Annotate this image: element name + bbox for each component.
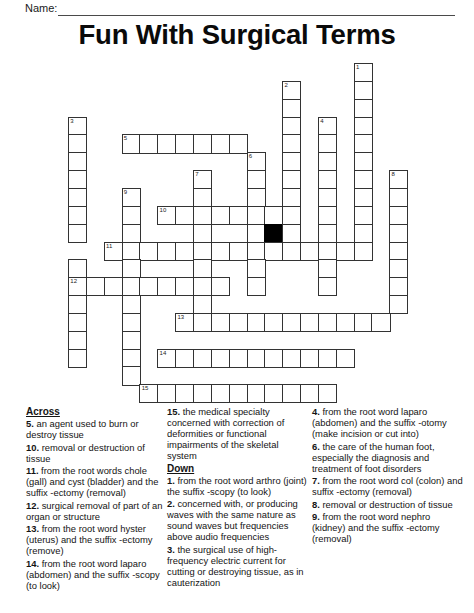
grid-cell-r4-c4[interactable] (139, 134, 158, 153)
grid-cell-r7-c18[interactable] (389, 188, 408, 207)
grid-cell-r4-c6[interactable] (175, 134, 194, 153)
grid-cell-r11-c0[interactable] (68, 259, 87, 278)
grid-cell-r9-c7[interactable] (193, 224, 212, 243)
grid-cell-r13-c3[interactable] (122, 295, 141, 314)
grid-cell-r12-c14[interactable] (318, 277, 337, 296)
grid-cell-r16-c7[interactable] (193, 349, 212, 368)
across-clue-5-number: 5. (26, 418, 34, 429)
down-clue-4: 4. from the root word laparo (abdomen) a… (312, 406, 466, 439)
grid-cell-r8-c7[interactable] (193, 206, 212, 225)
grid-cell-r16-c8[interactable] (211, 349, 230, 368)
grid-number-2: 2 (284, 82, 287, 89)
grid-cell-r3-c14[interactable]: 4 (318, 117, 337, 136)
grid-cell-r11-c18[interactable] (389, 259, 408, 278)
grid-cell-r18-c9[interactable] (229, 384, 248, 403)
grid-cell-r9-c16[interactable] (354, 224, 373, 243)
grid-cell-r18-c12[interactable] (282, 384, 301, 403)
down-clue-3: 3. the surgical use of high-frequency el… (167, 544, 310, 588)
grid-cell-r4-c9[interactable] (229, 134, 248, 153)
across-clue-15: 15. the medical specialty concerned with… (167, 406, 310, 461)
down-clue-3-number: 3. (167, 544, 175, 555)
grid-number-13: 13 (177, 314, 184, 321)
grid-cell-r16-c6[interactable] (175, 349, 194, 368)
grid-cell-r11-c7[interactable] (193, 259, 212, 278)
grid-cell-r12-c1[interactable] (86, 277, 105, 296)
grid-number-1: 1 (356, 64, 359, 71)
grid-cell-r10-c15[interactable] (336, 242, 355, 261)
name-label: Name: (25, 2, 57, 14)
grid-cell-r10-c14[interactable] (318, 242, 337, 261)
grid-cell-r5-c12[interactable] (282, 152, 301, 171)
grid-cell-r18-c5[interactable] (157, 384, 176, 403)
grid-cell-r18-c13[interactable] (300, 384, 319, 403)
grid-cell-r6-c18[interactable]: 8 (389, 170, 408, 189)
grid-cell-r10-c4[interactable] (139, 242, 158, 261)
black-cell-r9-c11 (264, 224, 283, 243)
grid-cell-r12-c8[interactable] (211, 277, 230, 296)
grid-cell-r16-c10[interactable] (247, 349, 266, 368)
across-clue-12: 12. surgical removal of part of an organ… (26, 500, 167, 522)
grid-cell-r7-c14[interactable] (318, 188, 337, 207)
grid-cell-r12-c7[interactable] (193, 277, 212, 296)
grid-cell-r10-c6[interactable] (175, 242, 194, 261)
across-clue-13-number: 13. (26, 523, 39, 534)
grid-cell-r12-c6[interactable] (175, 277, 194, 296)
grid-cell-r10-c2[interactable]: 11 (104, 242, 123, 261)
grid-cell-r0-c16[interactable]: 1 (354, 63, 373, 82)
grid-cell-r14-c6[interactable]: 13 (175, 313, 194, 332)
across-clue-14-number: 14. (26, 558, 39, 569)
grid-cell-r2-c12[interactable] (282, 99, 301, 118)
grid-cell-r8-c12[interactable] (282, 206, 301, 225)
page-title: Fun With Surgical Terms (0, 19, 474, 51)
grid-number-6: 6 (249, 153, 252, 160)
grid-cell-r4-c7[interactable] (193, 134, 212, 153)
down-clue-1: 1. from the root word arthro (joint) the… (167, 475, 310, 497)
across-clue-12-number: 12. (26, 500, 39, 511)
grid-cell-r8-c18[interactable] (389, 206, 408, 225)
grid-cell-r10-c8[interactable] (211, 242, 230, 261)
grid-cell-r10-c13[interactable] (300, 242, 319, 261)
grid-cell-r9-c14[interactable] (318, 224, 337, 243)
down-clue-8: 8. removal or destruction of tissue (312, 499, 466, 510)
grid-cell-r7-c3[interactable]: 9 (122, 188, 141, 207)
grid-cell-r3-c0[interactable]: 3 (68, 117, 87, 136)
grid-cell-r8-c16[interactable] (354, 206, 373, 225)
grid-cell-r4-c3[interactable]: 5 (122, 134, 141, 153)
down-header: Down (167, 463, 310, 474)
clue-column-3: 4. from the root word laparo (abdomen) a… (312, 406, 466, 546)
down-clue-9: 9. from the root word nephro (kidney) an… (312, 511, 466, 544)
grid-cell-r10-c3[interactable] (122, 242, 141, 261)
grid-cell-r18-c6[interactable] (175, 384, 194, 403)
grid-cell-r12-c10[interactable] (247, 277, 266, 296)
grid-cell-r6-c16[interactable] (354, 170, 373, 189)
grid-cell-r7-c10[interactable] (247, 188, 266, 207)
grid-cell-r16-c3[interactable] (122, 349, 141, 368)
grid-cell-r11-c3[interactable] (122, 259, 141, 278)
grid-cell-r14-c10[interactable] (247, 313, 266, 332)
grid-cell-r18-c4[interactable]: 15 (139, 384, 158, 403)
down-clue-6: 6. the care of the human foot, especiall… (312, 441, 466, 474)
down-clue-2-number: 2. (167, 498, 175, 509)
grid-cell-r9-c12[interactable] (282, 224, 301, 243)
grid-cell-r18-c14[interactable] (318, 384, 337, 403)
grid-cell-r10-c7[interactable] (193, 242, 212, 261)
grid-cell-r9-c10[interactable] (247, 224, 266, 243)
across-header: Across (26, 406, 167, 417)
grid-cell-r5-c0[interactable] (68, 152, 87, 171)
across-clue-5: 5. an agent used to burn or destroy tiss… (26, 418, 167, 440)
grid-cell-r3-c12[interactable] (282, 117, 301, 136)
grid-number-15: 15 (142, 385, 149, 392)
grid-cell-r4-c12[interactable] (282, 134, 301, 153)
grid-cell-r8-c0[interactable] (68, 206, 87, 225)
grid-cell-r8-c9[interactable] (229, 206, 248, 225)
grid-cell-r8-c6[interactable] (175, 206, 194, 225)
grid-cell-r16-c0[interactable] (68, 349, 87, 368)
grid-cell-r14-c8[interactable] (211, 313, 230, 332)
grid-cell-r12-c5[interactable] (157, 277, 176, 296)
grid-cell-r14-c9[interactable] (229, 313, 248, 332)
grid-cell-r6-c14[interactable] (318, 170, 337, 189)
grid-cell-r10-c18[interactable] (389, 242, 408, 261)
grid-cell-r8-c8[interactable] (211, 206, 230, 225)
down-clue-9-number: 9. (312, 511, 320, 522)
grid-cell-r14-c13[interactable] (300, 313, 319, 332)
grid-cell-r16-c5[interactable]: 14 (157, 349, 176, 368)
down-clue-4-number: 4. (312, 406, 320, 417)
down-clue-2: 2. concerned with, or producing waves wi… (167, 498, 310, 542)
grid-number-3: 3 (70, 118, 73, 125)
grid-cell-r10-c5[interactable] (157, 242, 176, 261)
grid-cell-r6-c10[interactable] (247, 170, 266, 189)
grid-cell-r6-c12[interactable] (282, 170, 301, 189)
grid-cell-r14-c16[interactable] (354, 313, 373, 332)
grid-cell-r14-c15[interactable] (336, 313, 355, 332)
grid-cell-r13-c7[interactable] (193, 295, 212, 314)
grid-cell-r16-c9[interactable] (229, 349, 248, 368)
grid-cell-r9-c0[interactable] (68, 224, 87, 243)
grid-number-11: 11 (106, 243, 112, 250)
clue-column-1: Across5. an agent used to burn or destro… (26, 406, 167, 592)
grid-cell-r7-c12[interactable] (282, 188, 301, 207)
grid-cell-r14-c12[interactable] (282, 313, 301, 332)
grid-cell-r12-c3[interactable] (122, 277, 141, 296)
down-clue-7: 7. from the root word col (colon) and su… (312, 475, 466, 497)
grid-number-4: 4 (320, 118, 323, 125)
across-clue-10: 10. removal or destruction of tissue (26, 442, 167, 464)
across-clue-10-number: 10. (26, 442, 39, 453)
grid-cell-r6-c7[interactable]: 7 (193, 170, 212, 189)
grid-cell-r5-c16[interactable] (354, 152, 373, 171)
grid-cell-r1-c12[interactable]: 2 (282, 81, 301, 100)
grid-cell-r16-c15[interactable] (336, 349, 355, 368)
grid-cell-r4-c14[interactable] (318, 134, 337, 153)
grid-cell-r12-c0[interactable]: 12 (68, 277, 87, 296)
grid-cell-r11-c14[interactable] (318, 259, 337, 278)
down-clue-1-number: 1. (167, 475, 175, 486)
across-clue-11: 11. from the root words chole (gall) and… (26, 465, 167, 498)
grid-cell-r12-c2[interactable] (104, 277, 123, 296)
grid-cell-r9-c3[interactable] (122, 224, 141, 243)
grid-cell-r4-c16[interactable] (354, 134, 373, 153)
down-clue-6-number: 6. (312, 441, 320, 452)
grid-cell-r14-c11[interactable] (264, 313, 283, 332)
grid-cell-r4-c5[interactable] (157, 134, 176, 153)
grid-number-8: 8 (392, 171, 395, 178)
grid-cell-r3-c16[interactable] (354, 117, 373, 136)
grid-cell-r13-c0[interactable] (68, 295, 87, 314)
grid-cell-r5-c10[interactable]: 6 (247, 152, 266, 171)
grid-cell-r7-c0[interactable] (68, 188, 87, 207)
grid-cell-r14-c17[interactable] (371, 313, 390, 332)
grid-cell-r4-c8[interactable] (211, 134, 230, 153)
grid-number-12: 12 (70, 278, 77, 285)
grid-cell-r9-c18[interactable] (389, 224, 408, 243)
grid-cell-r10-c10[interactable] (247, 242, 266, 261)
grid-cell-r8-c11[interactable] (264, 206, 283, 225)
grid-cell-r18-c7[interactable] (193, 384, 212, 403)
grid-number-14: 14 (160, 350, 167, 357)
worksheet-page: Name: Fun With Surgical Terms 1234567891… (0, 0, 474, 613)
across-clue-11-number: 11. (26, 465, 39, 476)
grid-cell-r8-c3[interactable] (122, 206, 141, 225)
grid-cell-r10-c9[interactable] (229, 242, 248, 261)
grid-cell-r17-c3[interactable] (122, 366, 141, 385)
down-clue-8-number: 8. (312, 499, 320, 510)
grid-cell-r16-c12[interactable] (282, 349, 301, 368)
grid-cell-r4-c0[interactable] (68, 134, 87, 153)
grid-cell-r10-c11[interactable] (264, 242, 283, 261)
grid-number-7: 7 (195, 171, 198, 178)
grid-cell-r18-c11[interactable] (264, 384, 283, 403)
grid-cell-r14-c14[interactable] (318, 313, 337, 332)
grid-cell-r15-c3[interactable] (122, 331, 141, 350)
grid-cell-r14-c0[interactable] (68, 313, 87, 332)
grid-cell-r2-c16[interactable] (354, 99, 373, 118)
across-clue-14: 14. from the root word laparo (abdomen) … (26, 558, 167, 591)
grid-cell-r6-c0[interactable] (68, 170, 87, 189)
grid-cell-r16-c13[interactable] (300, 349, 319, 368)
grid-cell-r13-c18[interactable] (389, 295, 408, 314)
grid-cell-r7-c7[interactable] (193, 188, 212, 207)
grid-cell-r12-c4[interactable] (139, 277, 158, 296)
grid-cell-r10-c12[interactable] (282, 242, 301, 261)
grid-cell-r5-c14[interactable] (318, 152, 337, 171)
grid-number-9: 9 (124, 189, 127, 196)
grid-cell-r16-c14[interactable] (318, 349, 337, 368)
grid-cell-r8-c5[interactable]: 10 (157, 206, 176, 225)
grid-cell-r15-c0[interactable] (68, 331, 87, 350)
grid-cell-r8-c10[interactable] (247, 206, 266, 225)
grid-cell-r1-c16[interactable] (354, 81, 373, 100)
grid-cell-r18-c8[interactable] (211, 384, 230, 403)
grid-cell-r11-c10[interactable] (247, 259, 266, 278)
grid-cell-r14-c3[interactable] (122, 313, 141, 332)
grid-cell-r16-c11[interactable] (264, 349, 283, 368)
name-fill-line (58, 15, 455, 16)
grid-cell-r8-c14[interactable] (318, 206, 337, 225)
across-clue-15-number: 15. (167, 406, 180, 417)
grid-cell-r10-c16[interactable] (354, 242, 373, 261)
grid-cell-r7-c16[interactable] (354, 188, 373, 207)
grid-number-10: 10 (160, 207, 167, 214)
grid-cell-r18-c10[interactable] (247, 384, 266, 403)
across-clue-13: 13. from the root word hyster (uterus) a… (26, 523, 167, 556)
grid-number-5: 5 (124, 135, 127, 142)
clue-column-2: 15. the medical specialty concerned with… (167, 406, 310, 589)
down-clue-7-number: 7. (312, 475, 320, 486)
grid-cell-r14-c7[interactable] (193, 313, 212, 332)
grid-cell-r12-c18[interactable] (389, 277, 408, 296)
